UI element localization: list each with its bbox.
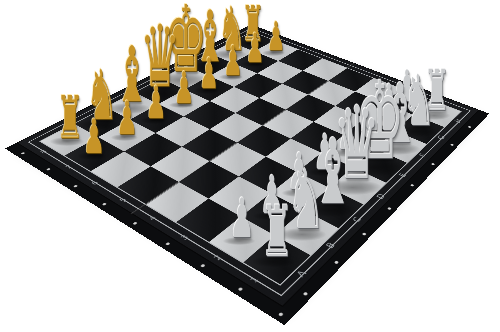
file-label-d: D <box>376 193 388 200</box>
rank-label-6: 6 <box>91 180 101 186</box>
rank-label-2: 2 <box>213 255 224 263</box>
file-label-f: F <box>419 153 429 159</box>
file-label-a: A <box>296 270 309 279</box>
file-label-e: E <box>398 172 408 178</box>
rank-label-8: 8 <box>40 150 49 155</box>
rank-label-4: 4 <box>148 215 158 222</box>
rank-label-5: 5 <box>119 197 129 203</box>
file-label-g: G <box>437 135 447 141</box>
rank-label-1: 1 <box>249 276 260 284</box>
rank-label-3: 3 <box>180 234 191 241</box>
file-label-b: B <box>325 242 337 250</box>
rank-label-7: 7 <box>65 165 74 170</box>
file-label-h: H <box>454 118 464 123</box>
file-label-c: C <box>352 216 364 224</box>
chess-photo-scene: ABCDEFGH12345678 ♜♞♝♛♚♝♞♜♟♟♟♟♟♟♟♟♟♟♟♟♟♟♟… <box>0 0 500 332</box>
